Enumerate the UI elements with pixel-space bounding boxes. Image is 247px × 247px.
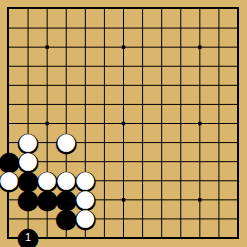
stone-white-fill: ● bbox=[76, 208, 95, 227]
stone-black-numbered: ●1 bbox=[19, 228, 38, 247]
stone-white: ●● bbox=[76, 209, 95, 228]
move-number-label: 1 bbox=[19, 228, 38, 247]
stone-white: ●● bbox=[57, 133, 76, 152]
stone-white-fill: ● bbox=[57, 132, 76, 151]
go-board: ●●●●●●●●●●●●●●●●●●●●●●●●●1 bbox=[0, 0, 247, 247]
stones-layer: ●●●●●●●●●●●●●●●●●●●●●●●●●1 bbox=[0, 0, 247, 247]
